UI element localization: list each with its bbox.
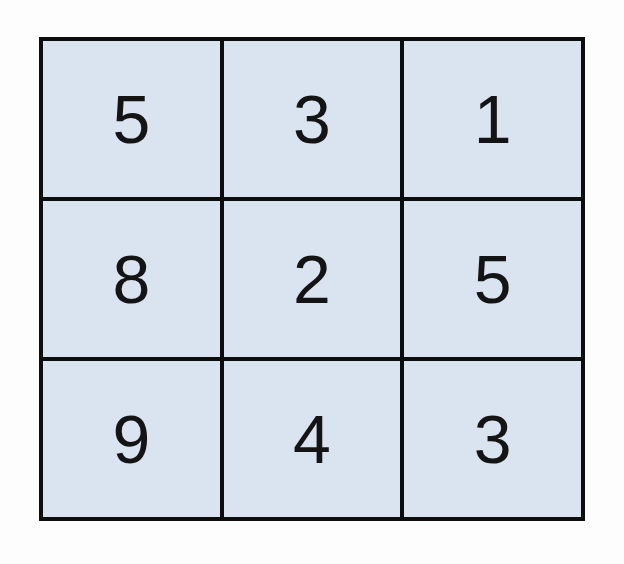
- grid-cell-r2c3: 5: [404, 201, 581, 357]
- grid-cell-r3c2: 4: [224, 361, 401, 517]
- puzzle-board: 5 3 1 8 2 5 9 4 3: [39, 37, 585, 521]
- grid-cell-r1c1: 5: [43, 41, 220, 197]
- page: 5 3 1 8 2 5 9 4 3: [0, 0, 624, 564]
- grid-cell-r2c1: 8: [43, 201, 220, 357]
- grid-cell-r3c3: 3: [404, 361, 581, 517]
- grid-cell-r1c2: 3: [224, 41, 401, 197]
- grid-cell-r3c1: 9: [43, 361, 220, 517]
- grid-cell-r2c2: 2: [224, 201, 401, 357]
- grid-cell-r1c3: 1: [404, 41, 581, 197]
